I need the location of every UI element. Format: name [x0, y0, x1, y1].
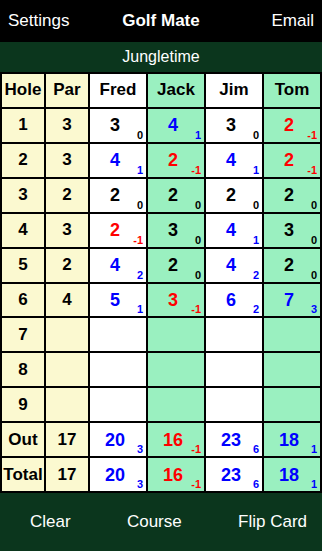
par-cell-3: 2 [46, 179, 88, 212]
score-cell-1-fred[interactable]: 30 [90, 109, 146, 142]
hole-label-4: 4 [2, 214, 44, 247]
scorecard-grid: HoleParFredJackJimTom133041302-123412-14… [0, 72, 322, 493]
score-vs-par: 3 [137, 479, 143, 490]
score-vs-par: 1 [311, 444, 317, 455]
score-vs-par: -1 [191, 165, 201, 176]
score-cell-out-jack: 16-1 [148, 423, 204, 456]
out-row-label: Out [2, 423, 44, 456]
score-cell-6-fred[interactable]: 51 [90, 284, 146, 317]
score-cell-total-jack: 16-1 [148, 458, 204, 491]
score-cell-5-jack[interactable]: 20 [148, 249, 204, 282]
score-value: 18 [279, 466, 299, 484]
score-vs-par: -1 [133, 235, 143, 246]
score-cell-6-tom[interactable]: 73 [264, 284, 320, 317]
score-vs-par: 3 [137, 444, 143, 455]
score-vs-par: -1 [191, 304, 201, 315]
score-vs-par: 0 [311, 270, 317, 281]
flip-card-button[interactable]: Flip Card [238, 512, 307, 532]
score-cell-8-fred[interactable] [90, 353, 146, 386]
column-header-fred: Fred [90, 74, 146, 107]
score-cell-7-jack[interactable] [148, 318, 204, 351]
score-cell-total-tom: 181 [264, 458, 320, 491]
total-row-label: Total [2, 458, 44, 491]
par-cell-6: 4 [46, 284, 88, 317]
score-cell-9-fred[interactable] [90, 388, 146, 421]
score-cell-total-jim: 236 [206, 458, 262, 491]
hole-label-8: 8 [2, 353, 44, 386]
score-vs-par: 1 [137, 165, 143, 176]
score-cell-7-fred[interactable] [90, 318, 146, 351]
hole-label-7: 7 [2, 318, 44, 351]
score-cell-5-jim[interactable]: 42 [206, 249, 262, 282]
hole-label-9: 9 [2, 388, 44, 421]
score-vs-par: 0 [195, 270, 201, 281]
hole-label-3: 3 [2, 179, 44, 212]
column-header-tom: Tom [264, 74, 320, 107]
score-cell-8-jack[interactable] [148, 353, 204, 386]
score-value: 16 [163, 431, 183, 449]
par-cell-4: 3 [46, 214, 88, 247]
score-vs-par: 1 [253, 235, 259, 246]
top-nav-bar: Settings Golf Mate Email [0, 0, 322, 42]
score-vs-par: 0 [137, 130, 143, 141]
score-cell-out-fred: 203 [90, 423, 146, 456]
score-value: 3 [110, 116, 120, 134]
column-header-par: Par [46, 74, 88, 107]
score-vs-par: -1 [307, 130, 317, 141]
score-cell-1-jim[interactable]: 30 [206, 109, 262, 142]
score-value: 23 [221, 466, 241, 484]
score-value: 5 [110, 291, 120, 309]
score-cell-3-jim[interactable]: 20 [206, 179, 262, 212]
par-cell-5: 2 [46, 249, 88, 282]
score-cell-9-jack[interactable] [148, 388, 204, 421]
score-cell-out-tom: 181 [264, 423, 320, 456]
score-vs-par: -1 [307, 165, 317, 176]
par-cell-total: 17 [46, 458, 88, 491]
score-value: 4 [110, 256, 120, 274]
score-vs-par: 0 [137, 200, 143, 211]
par-cell-1: 3 [46, 109, 88, 142]
par-cell-9 [46, 388, 88, 421]
score-vs-par: 2 [253, 304, 259, 315]
score-vs-par: 3 [311, 304, 317, 315]
score-cell-7-jim[interactable] [206, 318, 262, 351]
score-cell-1-tom[interactable]: 2-1 [264, 109, 320, 142]
score-cell-9-tom[interactable] [264, 388, 320, 421]
score-value: 2 [168, 256, 178, 274]
par-cell-out: 17 [46, 423, 88, 456]
score-value: 23 [221, 431, 241, 449]
score-value: 7 [284, 291, 294, 309]
par-cell-8 [46, 353, 88, 386]
score-vs-par: 1 [253, 165, 259, 176]
score-value: 2 [226, 186, 236, 204]
score-value: 2 [284, 256, 294, 274]
score-cell-5-tom[interactable]: 20 [264, 249, 320, 282]
score-vs-par: 0 [253, 130, 259, 141]
score-cell-2-jim[interactable]: 41 [206, 144, 262, 177]
score-value: 2 [284, 116, 294, 134]
score-value: 2 [168, 186, 178, 204]
score-value: 3 [226, 116, 236, 134]
settings-button[interactable]: Settings [8, 11, 69, 31]
score-value: 3 [168, 291, 178, 309]
golf-mate-app: Settings Golf Mate Email Jungletime Hole… [0, 0, 322, 551]
score-vs-par: 2 [137, 270, 143, 281]
score-vs-par: 1 [195, 130, 201, 141]
course-button[interactable]: Course [127, 512, 182, 532]
hole-label-6: 6 [2, 284, 44, 317]
score-vs-par: -1 [191, 479, 201, 490]
column-header-jim: Jim [206, 74, 262, 107]
score-value: 2 [284, 151, 294, 169]
score-value: 3 [284, 221, 294, 239]
score-cell-4-tom[interactable]: 30 [264, 214, 320, 247]
score-value: 20 [105, 431, 125, 449]
score-value: 4 [110, 151, 120, 169]
score-value: 2 [168, 151, 178, 169]
score-cell-5-fred[interactable]: 42 [90, 249, 146, 282]
score-vs-par: 6 [253, 444, 259, 455]
par-cell-7 [46, 318, 88, 351]
course-name: Jungletime [122, 48, 199, 66]
score-cell-4-jim[interactable]: 41 [206, 214, 262, 247]
score-cell-3-jack[interactable]: 20 [148, 179, 204, 212]
course-name-bar: Jungletime [0, 42, 322, 72]
score-vs-par: 0 [195, 200, 201, 211]
score-vs-par: 0 [311, 235, 317, 246]
par-cell-2: 3 [46, 144, 88, 177]
score-value: 20 [105, 466, 125, 484]
score-vs-par: 0 [253, 200, 259, 211]
score-cell-6-jim[interactable]: 62 [206, 284, 262, 317]
score-vs-par: 1 [311, 479, 317, 490]
score-cell-8-tom[interactable] [264, 353, 320, 386]
column-header-jack: Jack [148, 74, 204, 107]
score-vs-par: 0 [311, 200, 317, 211]
hole-label-2: 2 [2, 144, 44, 177]
hole-label-1: 1 [2, 109, 44, 142]
score-value: 6 [226, 291, 236, 309]
score-cell-out-jim: 236 [206, 423, 262, 456]
score-vs-par: 1 [137, 304, 143, 315]
score-value: 2 [110, 186, 120, 204]
score-vs-par: -1 [191, 444, 201, 455]
score-value: 18 [279, 431, 299, 449]
column-header-hole: Hole [2, 74, 44, 107]
score-vs-par: 0 [195, 235, 201, 246]
score-cell-7-tom[interactable] [264, 318, 320, 351]
score-value: 16 [163, 466, 183, 484]
score-value: 4 [226, 151, 236, 169]
score-value: 4 [226, 256, 236, 274]
clear-button[interactable]: Clear [30, 512, 71, 532]
score-value: 4 [168, 116, 178, 134]
score-value: 2 [110, 221, 120, 239]
score-cell-1-jack[interactable]: 41 [148, 109, 204, 142]
score-cell-6-jack[interactable]: 3-1 [148, 284, 204, 317]
score-cell-3-tom[interactable]: 20 [264, 179, 320, 212]
bottom-toolbar: Clear Course Flip Card [0, 493, 322, 551]
score-vs-par: 2 [253, 270, 259, 281]
score-cell-4-fred[interactable]: 2-1 [90, 214, 146, 247]
score-value: 3 [168, 221, 178, 239]
score-cell-2-jack[interactable]: 2-1 [148, 144, 204, 177]
score-cell-8-jim[interactable] [206, 353, 262, 386]
score-vs-par: 6 [253, 479, 259, 490]
score-cell-2-tom[interactable]: 2-1 [264, 144, 320, 177]
hole-label-5: 5 [2, 249, 44, 282]
score-cell-9-jim[interactable] [206, 388, 262, 421]
email-button[interactable]: Email [271, 11, 314, 31]
score-value: 4 [226, 221, 236, 239]
score-cell-4-jack[interactable]: 30 [148, 214, 204, 247]
score-value: 2 [284, 186, 294, 204]
score-cell-2-fred[interactable]: 41 [90, 144, 146, 177]
score-cell-total-fred: 203 [90, 458, 146, 491]
score-cell-3-fred[interactable]: 20 [90, 179, 146, 212]
